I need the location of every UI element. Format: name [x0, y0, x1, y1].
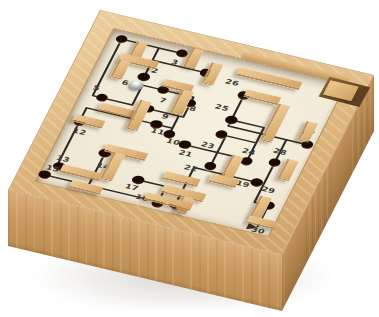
labyrinth-game-photo: 2345678910111213141516171819212223242526…	[0, 0, 379, 317]
playfield: 2345678910111213141516171819212223242526…	[35, 28, 348, 237]
